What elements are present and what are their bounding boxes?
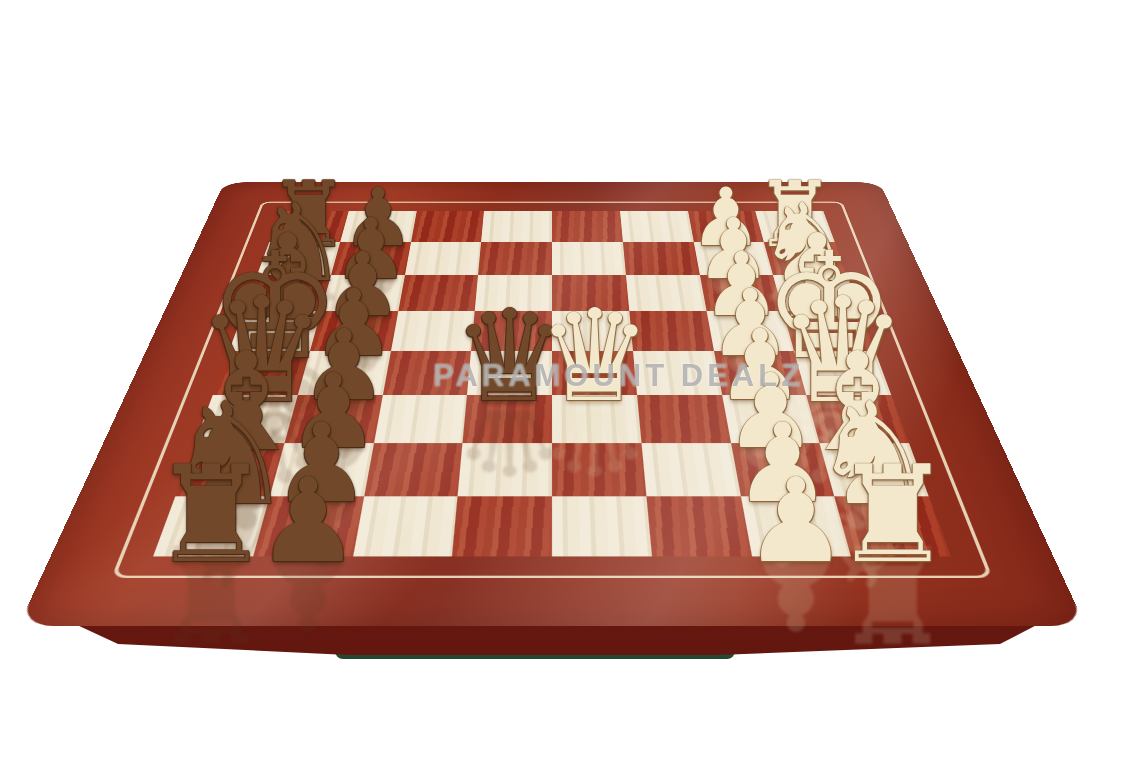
square-a4 [552,497,652,557]
square-c5 [463,395,552,443]
square-g5 [478,242,552,275]
square-b6 [364,443,463,497]
square-a7 [253,497,364,557]
chess-board [18,182,1085,626]
square-c4 [552,395,641,443]
square-g7 [331,242,411,275]
square-f5 [475,275,552,311]
square-c1 [806,395,909,443]
square-a3 [646,497,751,557]
square-b8 [175,443,284,497]
square-g6 [405,242,482,275]
square-h2 [688,211,764,242]
square-d1 [794,351,891,395]
square-h8 [269,211,348,242]
square-f3 [626,275,706,311]
square-f8 [244,275,331,311]
square-e3 [629,311,713,351]
square-g1 [764,242,847,275]
watermark: PARAMOUNT DEALZ [433,358,804,394]
square-h6 [411,211,484,242]
square-a6 [353,497,458,557]
square-h4 [552,211,623,242]
square-c3 [637,395,731,443]
square-e2 [706,311,794,351]
square-e5 [471,311,552,351]
square-f7 [321,275,405,311]
square-b2 [730,443,834,497]
square-e1 [783,311,875,351]
square-c8 [195,395,298,443]
square-g3 [623,242,700,275]
square-e7 [310,311,398,351]
square-g4 [552,242,626,275]
square-d8 [213,351,310,395]
square-f2 [699,275,783,311]
square-e6 [391,311,475,351]
square-c6 [374,395,468,443]
square-g8 [257,242,340,275]
square-a2 [740,497,851,557]
square-h5 [481,211,552,242]
square-d7 [298,351,391,395]
product-photo-scene: ♜♜♟♟♟♟♜♜♞♞♟♟♟♟♞♞♝♝♟♟♟♟♝♝♚♚♟♟♟♟♚♚♛♛♟♟♛♛♛♛… [0,0,1140,760]
square-h3 [620,211,693,242]
square-a5 [452,497,552,557]
square-f4 [552,275,629,311]
square-c2 [722,395,820,443]
square-b4 [552,443,646,497]
square-f6 [398,275,478,311]
square-f1 [773,275,860,311]
square-h1 [756,211,835,242]
square-e8 [229,311,321,351]
square-c7 [284,395,382,443]
square-e4 [552,311,633,351]
square-b5 [458,443,552,497]
square-h7 [340,211,416,242]
square-g2 [693,242,773,275]
square-b7 [269,443,373,497]
square-b3 [641,443,740,497]
